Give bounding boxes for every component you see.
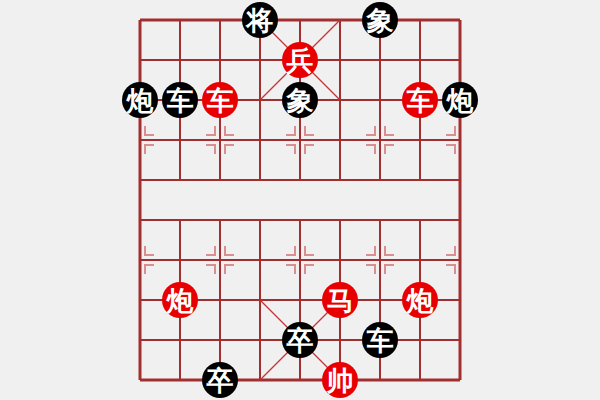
black-chariot[interactable]: 车 — [362, 322, 398, 358]
red-cannon[interactable]: 炮 — [402, 282, 438, 318]
red-chariot[interactable]: 车 — [402, 82, 438, 118]
black-soldier[interactable]: 卒 — [282, 322, 318, 358]
black-chariot[interactable]: 车 — [162, 82, 198, 118]
red-cannon[interactable]: 炮 — [162, 282, 198, 318]
red-soldier[interactable]: 兵 — [282, 42, 318, 78]
xiangqi-diagram: 将象兵炮车车象车炮炮马炮卒车卒帅 — [0, 0, 600, 400]
black-cannon[interactable]: 炮 — [442, 82, 478, 118]
black-elephant[interactable]: 象 — [362, 2, 398, 38]
red-general[interactable]: 帅 — [322, 362, 358, 398]
black-elephant[interactable]: 象 — [282, 82, 318, 118]
xiangqi-board: 将象兵炮车车象车炮炮马炮卒车卒帅 — [0, 0, 600, 400]
black-general[interactable]: 将 — [242, 2, 278, 38]
red-chariot[interactable]: 车 — [202, 82, 238, 118]
black-cannon[interactable]: 炮 — [122, 82, 158, 118]
black-soldier[interactable]: 卒 — [202, 362, 238, 398]
red-horse[interactable]: 马 — [322, 282, 358, 318]
pieces-layer: 将象兵炮车车象车炮炮马炮卒车卒帅 — [120, 0, 480, 400]
